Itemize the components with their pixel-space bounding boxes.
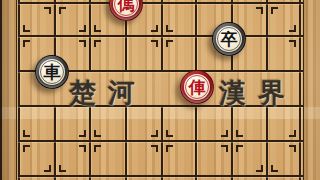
red-chariot-face: 俥 [184,74,210,100]
point-mark [236,145,243,152]
point-mark [236,130,243,137]
piece-black-chariot[interactable]: 車 [35,55,69,89]
grid-line [299,0,301,180]
point-mark [94,40,101,47]
grid-line [161,105,163,180]
grid-line [125,105,127,180]
red-horse-face: 傌 [113,0,139,17]
point-mark [94,25,101,32]
point-mark [151,145,158,152]
point-mark [289,145,296,152]
grid-line [18,2,303,4]
point-mark [79,130,86,137]
grid-line [303,0,304,180]
black-soldier-face: 卒 [216,26,242,52]
point-mark [151,40,158,47]
point-mark [23,145,30,152]
black-chariot-glyph: 車 [44,64,61,81]
point-mark [221,145,228,152]
grid-line [16,0,17,180]
xiangqi-board[interactable]: 楚河 漢界 傌卒車俥 [0,0,320,180]
point-mark [271,7,278,14]
point-mark [23,25,30,32]
river-label-chu-river: 楚河 [69,79,147,106]
piece-red-chariot[interactable]: 俥 [180,70,214,104]
point-mark [166,40,173,47]
red-chariot-glyph: 俥 [189,79,206,96]
black-chariot-face: 車 [39,59,65,85]
grid-line [18,35,303,37]
grid-line [18,140,303,142]
point-mark [289,25,296,32]
piece-black-soldier[interactable]: 卒 [212,22,246,56]
point-mark [94,145,101,152]
red-horse-glyph: 傌 [118,0,135,13]
black-soldier-glyph: 卒 [221,31,238,48]
point-mark [23,130,30,137]
point-mark [151,25,158,32]
point-mark [23,40,30,47]
point-mark [79,40,86,47]
grid-line [195,105,197,180]
grid-line [89,105,91,180]
grid-line [18,175,303,177]
point-mark [59,7,66,14]
river-label-han-border: 漢界 [219,79,297,106]
piece-red-horse[interactable]: 傌 [109,0,143,21]
point-mark [59,165,66,172]
grid-line [54,105,56,180]
point-mark [221,130,228,137]
point-mark [44,7,51,14]
board-right-margin [303,0,320,180]
point-mark [289,130,296,137]
point-mark [166,25,173,32]
point-mark [289,40,296,47]
wood-light-band [0,107,320,119]
point-mark [271,165,278,172]
point-mark [79,25,86,32]
point-mark [166,145,173,152]
point-mark [256,7,263,14]
grid-line [231,105,233,180]
point-mark [151,130,158,137]
grid-line [266,105,268,180]
grid-line [18,0,20,180]
point-mark [256,165,263,172]
point-mark [94,130,101,137]
point-mark [44,165,51,172]
point-mark [79,145,86,152]
point-mark [166,130,173,137]
